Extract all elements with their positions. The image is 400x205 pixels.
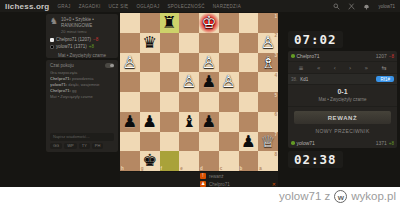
- piece-black-rook[interactable]: ♜: [160, 13, 180, 33]
- square-c6[interactable]: [219, 112, 239, 132]
- rank-label: 4: [274, 73, 277, 78]
- nav-item-ucz-się[interactable]: UCZ SIĘ: [109, 4, 129, 9]
- square-c5[interactable]: [219, 92, 239, 112]
- square-a7[interactable]: ♕7: [258, 132, 278, 152]
- square-b6[interactable]: [239, 112, 259, 132]
- rank-label: 6: [274, 112, 277, 117]
- square-f1[interactable]: ♜: [160, 13, 180, 33]
- nav-item-oglądaj[interactable]: OGLĄDAJ: [136, 4, 159, 9]
- nav-item-zagadki[interactable]: ZAGADKI: [79, 4, 101, 9]
- rank-label: 7: [274, 132, 277, 137]
- search-icon[interactable]: [333, 3, 340, 10]
- piece-white-king[interactable]: ♔: [199, 13, 219, 33]
- notification-chip-icon: !: [200, 173, 206, 179]
- bell-icon[interactable]: [363, 3, 370, 10]
- square-g4[interactable]: [140, 72, 160, 92]
- square-e3[interactable]: [179, 53, 199, 73]
- file-label: a: [259, 166, 262, 171]
- square-f8[interactable]: f: [160, 151, 180, 171]
- first-move-icon[interactable]: «: [317, 64, 321, 71]
- menu-icon[interactable]: ≡: [299, 64, 304, 71]
- online-dot: [291, 54, 295, 58]
- square-c2[interactable]: [219, 33, 239, 53]
- new-opponent-button[interactable]: NOWY PRZECIWNIK: [288, 124, 397, 138]
- chat-toggle[interactable]: [105, 63, 114, 68]
- game-side-panel: 07:02 Chelpro71 1207 −8 ≡«‹›»⇆ 38. Kd1 R…: [288, 13, 397, 168]
- square-a6[interactable]: 6: [258, 112, 278, 132]
- square-g7[interactable]: [140, 132, 160, 152]
- square-d4[interactable]: ♟: [199, 72, 219, 92]
- time-control-line: 10+0 • Szybkie • RANKINGOWE: [61, 17, 114, 29]
- move-list-row: 38. Kd1 Rf1#: [288, 74, 397, 85]
- rank-label: 3: [274, 53, 277, 58]
- watermark-footer: yolow71 z w wykop.pl: [0, 187, 400, 205]
- chat-presets: GGWPTYPH: [50, 143, 114, 149]
- square-f3[interactable]: [160, 53, 180, 73]
- piece-white-pawn[interactable]: ♙: [219, 72, 239, 92]
- header-username[interactable]: yolow71: [378, 4, 395, 9]
- watermark-user: yolow71 z: [279, 190, 330, 202]
- square-b2[interactable]: [239, 33, 259, 53]
- square-d7[interactable]: [199, 132, 219, 152]
- chat-preset-ty[interactable]: TY: [79, 143, 90, 149]
- last-move-icon[interactable]: »: [365, 64, 369, 71]
- chat-preset-ph[interactable]: PH: [92, 143, 104, 149]
- notification-text: Chelpro71: [209, 182, 230, 187]
- file-label: c: [220, 166, 223, 171]
- white-color-icon: [50, 38, 54, 42]
- next-move-icon[interactable]: ›: [349, 64, 351, 71]
- square-f7[interactable]: [160, 132, 180, 152]
- opponent-clock: 07:02: [288, 31, 343, 48]
- square-e1[interactable]: [179, 13, 199, 33]
- result-line: Mat • Zwyciężyły czarne: [50, 53, 114, 58]
- square-g6[interactable]: ♟: [140, 112, 160, 132]
- square-a1[interactable]: 1: [258, 13, 278, 33]
- rank-label: 8: [274, 152, 277, 157]
- square-b1[interactable]: [239, 13, 259, 33]
- chat-title: Czat pokoju: [50, 63, 74, 68]
- square-d6[interactable]: ♟: [199, 112, 219, 132]
- square-a4[interactable]: 4: [258, 72, 278, 92]
- square-a3[interactable]: ♗3: [258, 53, 278, 73]
- rank-label: 2: [274, 33, 277, 38]
- piece-white-pawn[interactable]: ♙: [179, 72, 199, 92]
- piece-black-pawn[interactable]: ♟: [199, 72, 219, 92]
- square-h1[interactable]: [120, 13, 140, 33]
- notification-bar: !rewanż♟Chelpro71✕: [120, 172, 278, 188]
- nav-item-graj[interactable]: GRAJ: [57, 4, 70, 9]
- square-g2[interactable]: ♛: [140, 33, 160, 53]
- square-g3[interactable]: [140, 53, 160, 73]
- piece-black-pawn[interactable]: ♟: [239, 132, 259, 152]
- square-e7[interactable]: [179, 132, 199, 152]
- square-h6[interactable]: ♟: [120, 112, 140, 132]
- square-b3[interactable]: [239, 53, 259, 73]
- nav-item-narzędzia[interactable]: NARZĘDZIA: [213, 4, 241, 9]
- file-label: d: [200, 166, 203, 171]
- piece-black-pawn[interactable]: ♟: [199, 112, 219, 132]
- square-c1[interactable]: [219, 13, 239, 33]
- file-label: b: [240, 166, 243, 171]
- notification-text: rewanż: [209, 174, 224, 179]
- game-card: Chelpro71 1207 −8 ≡«‹›»⇆ 38. Kd1 Rf1# 0-…: [288, 51, 397, 148]
- rematch-button[interactable]: REWANŻ: [294, 111, 391, 124]
- square-b7[interactable]: ♟: [239, 132, 259, 152]
- piece-black-bishop[interactable]: ♝: [179, 112, 199, 132]
- piece-black-pawn[interactable]: ♟: [120, 112, 140, 132]
- rank-label: 1: [274, 14, 277, 19]
- square-d3[interactable]: ♙: [199, 53, 219, 73]
- black-player-line[interactable]: yolow71 (1371) +8: [50, 44, 114, 51]
- move-number: 38.: [291, 77, 297, 82]
- file-label: h: [121, 166, 124, 171]
- square-e5[interactable]: [179, 92, 199, 112]
- piece-black-pawn[interactable]: ♟: [140, 112, 160, 132]
- square-d8[interactable]: d: [199, 151, 219, 171]
- square-g8[interactable]: ♚g: [140, 151, 160, 171]
- file-label: e: [180, 166, 183, 171]
- square-h3[interactable]: ♙: [120, 53, 140, 73]
- piece-white-pawn[interactable]: ♙: [199, 53, 219, 73]
- file-label: g: [141, 166, 144, 171]
- square-e6[interactable]: ♝: [179, 112, 199, 132]
- black-color-icon: [50, 45, 54, 49]
- challenge-icon[interactable]: [348, 3, 355, 10]
- square-d5[interactable]: [199, 92, 219, 112]
- rank-label: 5: [274, 93, 277, 98]
- chat-preset-wp[interactable]: WP: [64, 143, 76, 149]
- top-nav: lichess.org GRAJZAGADKIUCZ SIĘOGLĄDAJSPO…: [0, 0, 400, 12]
- square-h5[interactable]: [120, 92, 140, 112]
- square-f2[interactable]: [160, 33, 180, 53]
- wykop-logo-icon: w: [334, 190, 347, 203]
- chat-message: Mat • Zwyciężyły czarne: [50, 94, 114, 100]
- rapid-speed-icon: ♞: [50, 17, 58, 34]
- square-e8[interactable]: e: [179, 151, 199, 171]
- square-e4[interactable]: ♙: [179, 72, 199, 92]
- square-c3[interactable]: [219, 53, 239, 73]
- file-label: f: [161, 166, 163, 171]
- square-b4[interactable]: [239, 72, 259, 92]
- piece-black-queen[interactable]: ♛: [140, 33, 160, 53]
- square-d1[interactable]: ♔: [199, 13, 219, 33]
- prev-move-icon[interactable]: ‹: [334, 64, 336, 71]
- square-b8[interactable]: b: [239, 151, 259, 171]
- game-time-ago: 20 minut temu: [61, 29, 114, 34]
- chess-board: ♜♔1♛♙2♙♙♗3♙♟♙45♟♟♝♟6♟♕7h♚gfedcb8a: [120, 13, 278, 171]
- square-c8[interactable]: c: [219, 151, 239, 171]
- square-h8[interactable]: h: [120, 151, 140, 171]
- nav-menu: GRAJZAGADKIUCZ SIĘOGLĄDAJSPOŁECZNOŚĆNARZ…: [57, 4, 241, 9]
- chat-panel: Czat pokoju Gra rozpoczętaChelpro71: pow…: [46, 60, 118, 152]
- opponent-row[interactable]: Chelpro71 1207 −8: [288, 51, 397, 62]
- square-a8[interactable]: 8a: [258, 151, 278, 171]
- chat-messages: Gra rozpoczętaChelpro71: powodzeniayolow…: [50, 70, 114, 131]
- result-termination: Mat • Zwyciężyły czarne: [290, 97, 395, 102]
- square-c4[interactable]: ♙: [219, 72, 239, 92]
- piece-white-pawn[interactable]: ♙: [120, 53, 140, 73]
- current-move[interactable]: Rf1#: [376, 76, 394, 82]
- player-row[interactable]: yolow71 1371 +8: [288, 138, 397, 148]
- nav-item-społeczność[interactable]: SPOŁECZNOŚĆ: [167, 4, 204, 9]
- white-move[interactable]: Kd1: [300, 77, 308, 82]
- square-h7[interactable]: [120, 132, 140, 152]
- square-g5[interactable]: [140, 92, 160, 112]
- player-clock: 02:38: [288, 151, 343, 168]
- chat-preset-gg[interactable]: GG: [50, 143, 62, 149]
- notification-row[interactable]: !rewanż: [120, 172, 278, 180]
- square-c7[interactable]: [219, 132, 239, 152]
- square-a5[interactable]: 5: [258, 92, 278, 112]
- result-score: 0-1: [290, 88, 395, 95]
- replay-controls: ≡«‹›»⇆: [288, 62, 397, 74]
- square-e2[interactable]: [179, 33, 199, 53]
- square-b5[interactable]: [239, 92, 259, 112]
- watermark-site: wykop.pl: [351, 190, 396, 202]
- square-f6[interactable]: [160, 112, 180, 132]
- online-dot: [291, 141, 295, 145]
- square-h4[interactable]: [120, 72, 140, 92]
- square-f5[interactable]: [160, 92, 180, 112]
- analysis-icon[interactable]: ⇆: [381, 64, 386, 71]
- game-meta-panel: ♞ 10+0 • Szybkie • RANKINGOWE 20 minut t…: [46, 14, 118, 58]
- lichess-logo[interactable]: lichess.org: [5, 2, 49, 11]
- chat-input[interactable]: Napisz wiadomość...: [50, 133, 114, 141]
- square-d2[interactable]: [199, 33, 219, 53]
- square-f4[interactable]: [160, 72, 180, 92]
- square-g1[interactable]: [140, 13, 160, 33]
- square-a2[interactable]: ♙2: [258, 33, 278, 53]
- square-h2[interactable]: [120, 33, 140, 53]
